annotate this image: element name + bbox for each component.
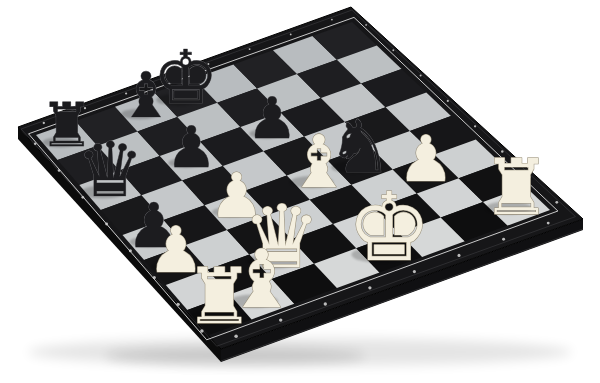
frame-dot [58,169,61,172]
frame-dot [555,201,558,204]
frame-dot [368,286,371,289]
frame-dot [474,125,476,127]
photo-stage: ♚♝♟♜♟♞♟♝♛♜♟♟♚♛♟♝♜ [0,0,600,383]
frame-dot [392,49,394,51]
piece-white-rook-h1: ♜ [482,142,551,232]
frame-dot [331,19,333,21]
frame-dot [290,34,292,36]
frame-dot [502,238,505,241]
frame-dot [447,100,449,102]
frame-dot [457,254,460,257]
frame-dot [420,75,422,77]
frame-dot [249,48,251,50]
frame-dot [105,223,108,226]
frame-dot [324,302,327,305]
piece-white-rook-a1: ♜ [185,251,254,341]
frame-dot [34,143,36,145]
frame-dot [365,24,367,26]
frame-dot [176,303,179,306]
piece-white-king-e1: ♚ [347,172,432,282]
board-cast-shadow [28,338,572,366]
chess-board: ♚♝♟♜♟♞♟♝♛♜♟♟♚♛♟♝♜ [0,0,600,383]
